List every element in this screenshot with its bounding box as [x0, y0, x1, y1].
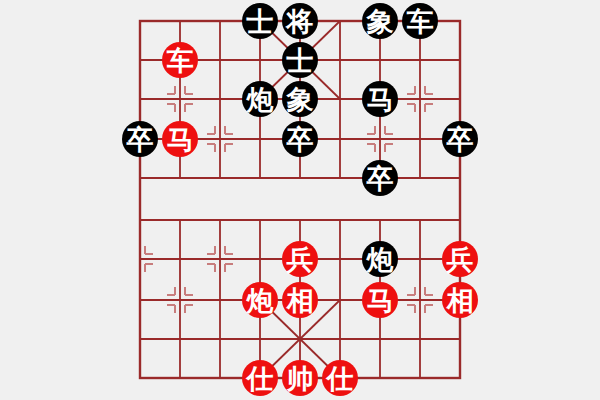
piece-red-soldier[interactable]: 兵 [282, 241, 318, 277]
piece-black-soldier[interactable]: 卒 [362, 160, 398, 196]
piece-red-soldier[interactable]: 兵 [442, 241, 478, 277]
piece-red-advisor[interactable]: 仕 [322, 360, 358, 396]
piece-red-general[interactable]: 帅 [282, 360, 318, 396]
piece-red-elephant[interactable]: 相 [282, 282, 318, 318]
xiangqi-board-screen: 士将象车车士炮象马卒马卒卒卒兵炮兵炮相马相仕帅仕 [0, 0, 600, 400]
piece-black-general[interactable]: 将 [282, 3, 318, 39]
piece-red-horse[interactable]: 马 [162, 121, 198, 157]
piece-black-soldier[interactable]: 卒 [122, 121, 158, 157]
piece-black-cannon[interactable]: 炮 [362, 241, 398, 277]
piece-black-elephant[interactable]: 象 [362, 3, 398, 39]
piece-black-horse[interactable]: 马 [362, 81, 398, 117]
piece-red-cannon[interactable]: 炮 [242, 282, 278, 318]
piece-black-advisor[interactable]: 士 [242, 3, 278, 39]
piece-red-elephant[interactable]: 相 [442, 282, 478, 318]
piece-red-advisor[interactable]: 仕 [242, 360, 278, 396]
piece-black-soldier[interactable]: 卒 [442, 121, 478, 157]
piece-black-cannon[interactable]: 炮 [242, 81, 278, 117]
piece-black-chariot[interactable]: 车 [402, 3, 438, 39]
piece-black-advisor[interactable]: 士 [282, 42, 318, 78]
piece-black-elephant[interactable]: 象 [282, 81, 318, 117]
piece-black-soldier[interactable]: 卒 [282, 121, 318, 157]
piece-red-chariot[interactable]: 车 [162, 42, 198, 78]
piece-red-horse[interactable]: 马 [362, 282, 398, 318]
pieces-layer: 士将象车车士炮象马卒马卒卒卒兵炮兵炮相马相仕帅仕 [0, 0, 600, 400]
